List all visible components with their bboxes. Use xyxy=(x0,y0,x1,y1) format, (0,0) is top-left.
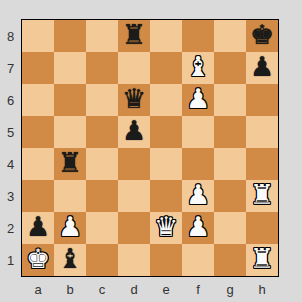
square-d7[interactable] xyxy=(118,52,150,84)
square-c7[interactable] xyxy=(86,52,118,84)
black-rook[interactable]: ♜ xyxy=(58,147,82,179)
square-a4[interactable] xyxy=(22,148,54,180)
square-b1[interactable]: ♝ xyxy=(54,244,86,276)
square-h5[interactable] xyxy=(246,116,278,148)
square-f5[interactable] xyxy=(182,116,214,148)
square-e2[interactable]: ♛ xyxy=(150,212,182,244)
file-label-g: g xyxy=(214,279,246,299)
square-h8[interactable]: ♚ xyxy=(246,20,278,52)
square-d5[interactable]: ♟ xyxy=(118,116,150,148)
black-queen[interactable]: ♛ xyxy=(122,83,146,115)
file-labels: abcdefgh xyxy=(22,279,278,299)
square-d2[interactable] xyxy=(118,212,150,244)
square-e3[interactable] xyxy=(150,180,182,212)
rank-label-3: 3 xyxy=(0,180,21,212)
white-bishop[interactable]: ♝ xyxy=(186,51,210,83)
file-label-d: d xyxy=(118,279,150,299)
square-f8[interactable] xyxy=(182,20,214,52)
square-h4[interactable] xyxy=(246,148,278,180)
square-d4[interactable] xyxy=(118,148,150,180)
white-queen[interactable]: ♛ xyxy=(154,211,178,243)
rank-label-7: 7 xyxy=(0,52,21,84)
square-d1[interactable] xyxy=(118,244,150,276)
square-g8[interactable] xyxy=(214,20,246,52)
file-label-c: c xyxy=(86,279,118,299)
square-g3[interactable] xyxy=(214,180,246,212)
rank-label-4: 4 xyxy=(0,148,21,180)
square-b7[interactable] xyxy=(54,52,86,84)
square-b4[interactable]: ♜ xyxy=(54,148,86,180)
black-king[interactable]: ♚ xyxy=(250,19,274,51)
white-pawn[interactable]: ♟ xyxy=(186,179,210,211)
square-h3[interactable]: ♜ xyxy=(246,180,278,212)
chess-diagram: 87654321 ♜♚♝♟♛♟♟♜♟♜♟♟♛♟♚♝♜ abcdefgh xyxy=(0,0,302,302)
square-a5[interactable] xyxy=(22,116,54,148)
white-king[interactable]: ♚ xyxy=(26,243,50,275)
rank-label-1: 1 xyxy=(0,244,21,276)
square-c1[interactable] xyxy=(86,244,118,276)
square-f7[interactable]: ♝ xyxy=(182,52,214,84)
square-a8[interactable] xyxy=(22,20,54,52)
rank-label-8: 8 xyxy=(0,20,21,52)
square-c3[interactable] xyxy=(86,180,118,212)
rank-label-5: 5 xyxy=(0,116,21,148)
square-f3[interactable]: ♟ xyxy=(182,180,214,212)
white-pawn[interactable]: ♟ xyxy=(186,211,210,243)
square-a2[interactable]: ♟ xyxy=(22,212,54,244)
square-f1[interactable] xyxy=(182,244,214,276)
black-rook[interactable]: ♜ xyxy=(122,19,146,51)
square-f2[interactable]: ♟ xyxy=(182,212,214,244)
white-pawn[interactable]: ♟ xyxy=(58,211,82,243)
square-g5[interactable] xyxy=(214,116,246,148)
square-h7[interactable]: ♟ xyxy=(246,52,278,84)
square-d3[interactable] xyxy=(118,180,150,212)
square-b8[interactable] xyxy=(54,20,86,52)
square-d8[interactable]: ♜ xyxy=(118,20,150,52)
square-g6[interactable] xyxy=(214,84,246,116)
square-d6[interactable]: ♛ xyxy=(118,84,150,116)
square-b3[interactable] xyxy=(54,180,86,212)
square-g1[interactable] xyxy=(214,244,246,276)
black-pawn[interactable]: ♟ xyxy=(26,211,50,243)
square-e4[interactable] xyxy=(150,148,182,180)
square-g4[interactable] xyxy=(214,148,246,180)
white-rook[interactable]: ♜ xyxy=(250,179,274,211)
file-label-e: e xyxy=(150,279,182,299)
square-a6[interactable] xyxy=(22,84,54,116)
square-b6[interactable] xyxy=(54,84,86,116)
square-c6[interactable] xyxy=(86,84,118,116)
square-f4[interactable] xyxy=(182,148,214,180)
square-e8[interactable] xyxy=(150,20,182,52)
square-e1[interactable] xyxy=(150,244,182,276)
white-rook[interactable]: ♜ xyxy=(250,243,274,275)
white-pawn[interactable]: ♟ xyxy=(186,83,210,115)
black-pawn[interactable]: ♟ xyxy=(122,115,146,147)
square-b2[interactable]: ♟ xyxy=(54,212,86,244)
rank-labels: 87654321 xyxy=(0,20,21,276)
square-e7[interactable] xyxy=(150,52,182,84)
file-label-a: a xyxy=(22,279,54,299)
black-pawn[interactable]: ♟ xyxy=(250,51,274,83)
rank-label-2: 2 xyxy=(0,212,21,244)
square-h1[interactable]: ♜ xyxy=(246,244,278,276)
square-e6[interactable] xyxy=(150,84,182,116)
square-g2[interactable] xyxy=(214,212,246,244)
square-c2[interactable] xyxy=(86,212,118,244)
square-a3[interactable] xyxy=(22,180,54,212)
chess-board: ♜♚♝♟♛♟♟♜♟♜♟♟♛♟♚♝♜ xyxy=(21,19,279,277)
rank-label-6: 6 xyxy=(0,84,21,116)
square-b5[interactable] xyxy=(54,116,86,148)
square-a1[interactable]: ♚ xyxy=(22,244,54,276)
square-f6[interactable]: ♟ xyxy=(182,84,214,116)
file-label-b: b xyxy=(54,279,86,299)
square-e5[interactable] xyxy=(150,116,182,148)
square-h6[interactable] xyxy=(246,84,278,116)
square-h2[interactable] xyxy=(246,212,278,244)
file-label-h: h xyxy=(246,279,278,299)
black-bishop[interactable]: ♝ xyxy=(58,243,82,275)
file-label-f: f xyxy=(182,279,214,299)
square-c4[interactable] xyxy=(86,148,118,180)
square-g7[interactable] xyxy=(214,52,246,84)
square-c5[interactable] xyxy=(86,116,118,148)
square-a7[interactable] xyxy=(22,52,54,84)
square-c8[interactable] xyxy=(86,20,118,52)
